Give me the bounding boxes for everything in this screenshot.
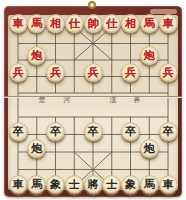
piece-character: 相 — [50, 17, 61, 28]
piece-character: 馬 — [31, 178, 42, 189]
board-surface — [8, 15, 178, 190]
piece-character: 卒 — [50, 125, 61, 136]
piece-character: 馬 — [31, 17, 42, 28]
piece-character: 炮 — [144, 49, 155, 60]
piece-red-horse[interactable]: 馬 — [27, 14, 46, 33]
piece-red-elephant[interactable]: 相 — [121, 14, 140, 33]
piece-red-cannon[interactable]: 炮 — [140, 46, 159, 65]
piece-character: 帥 — [88, 17, 99, 28]
piece-character: 士 — [69, 178, 80, 189]
xiangqi-board: 楚河漢界 車馬相仕帥仕相馬車炮炮兵兵兵兵兵卒卒卒卒卒炮炮車馬象士將士象馬車 — [4, 6, 182, 197]
piece-black-elephant[interactable]: 象 — [46, 175, 65, 194]
piece-black-cannon[interactable]: 炮 — [27, 139, 46, 158]
piece-character: 兵 — [50, 66, 61, 77]
piece-black-advisor[interactable]: 士 — [102, 175, 121, 194]
piece-black-advisor[interactable]: 士 — [65, 175, 84, 194]
piece-red-soldier[interactable]: 兵 — [121, 63, 140, 82]
piece-character: 車 — [13, 178, 24, 189]
piece-black-horse[interactable]: 馬 — [140, 175, 159, 194]
piece-black-chariot[interactable]: 車 — [9, 175, 28, 194]
river-label-char: 楚 — [36, 96, 48, 104]
piece-black-soldier[interactable]: 卒 — [84, 122, 103, 141]
piece-black-elephant[interactable]: 象 — [121, 175, 140, 194]
piece-black-soldier[interactable]: 卒 — [121, 122, 140, 141]
piece-character: 炮 — [31, 142, 42, 153]
river-label-char: 漢 — [107, 96, 119, 104]
fold-seam — [4, 96, 182, 98]
piece-black-soldier[interactable]: 卒 — [159, 122, 178, 141]
piece-character: 象 — [50, 178, 61, 189]
piece-character: 相 — [125, 17, 136, 28]
piece-red-soldier[interactable]: 兵 — [159, 63, 178, 82]
piece-character: 卒 — [163, 125, 174, 136]
piece-red-soldier[interactable]: 兵 — [84, 63, 103, 82]
piece-character: 卒 — [125, 125, 136, 136]
piece-black-horse[interactable]: 馬 — [27, 175, 46, 194]
piece-character: 車 — [163, 17, 174, 28]
piece-red-elephant[interactable]: 相 — [46, 14, 65, 33]
photo-background: 楚河漢界 車馬相仕帥仕相馬車炮炮兵兵兵兵兵卒卒卒卒卒炮炮車馬象士將士象馬車 — [0, 0, 186, 200]
piece-red-soldier[interactable]: 兵 — [9, 63, 28, 82]
piece-black-cannon[interactable]: 炮 — [140, 139, 159, 158]
river-label-char: 界 — [131, 96, 143, 104]
piece-character: 仕 — [69, 17, 80, 28]
piece-character: 炮 — [31, 49, 42, 60]
piece-character: 車 — [13, 17, 24, 28]
piece-character: 兵 — [163, 66, 174, 77]
piece-red-general[interactable]: 帥 — [84, 14, 103, 33]
piece-character: 象 — [125, 178, 136, 189]
piece-black-soldier[interactable]: 卒 — [9, 122, 28, 141]
piece-red-horse[interactable]: 馬 — [140, 14, 159, 33]
piece-character: 仕 — [106, 17, 117, 28]
piece-black-soldier[interactable]: 卒 — [46, 122, 65, 141]
piece-red-cannon[interactable]: 炮 — [27, 46, 46, 65]
piece-character: 兵 — [88, 66, 99, 77]
piece-red-chariot[interactable]: 車 — [159, 14, 178, 33]
piece-red-soldier[interactable]: 兵 — [46, 63, 65, 82]
piece-red-advisor[interactable]: 仕 — [102, 14, 121, 33]
brand-mark — [150, 9, 177, 14]
piece-character: 兵 — [13, 66, 24, 77]
piece-character: 兵 — [125, 66, 136, 77]
piece-black-chariot[interactable]: 車 — [159, 175, 178, 194]
piece-character: 馬 — [144, 17, 155, 28]
piece-red-advisor[interactable]: 仕 — [65, 14, 84, 33]
piece-character: 卒 — [13, 125, 24, 136]
piece-character: 士 — [106, 178, 117, 189]
river-label-char: 河 — [61, 96, 73, 104]
piece-red-chariot[interactable]: 車 — [9, 14, 28, 33]
hanger-ring-icon — [88, 1, 96, 9]
piece-character: 卒 — [88, 125, 99, 136]
piece-character: 馬 — [144, 178, 155, 189]
piece-black-general[interactable]: 將 — [84, 175, 103, 194]
piece-character: 將 — [88, 178, 99, 189]
piece-character: 炮 — [144, 142, 155, 153]
piece-character: 車 — [163, 178, 174, 189]
